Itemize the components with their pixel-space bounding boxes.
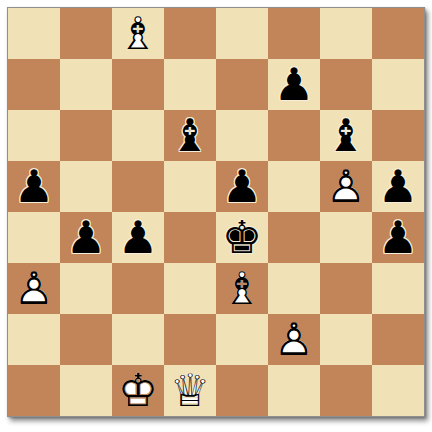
- square-e6[interactable]: [216, 110, 268, 161]
- piece-white-bishop[interactable]: ♝♗: [216, 263, 268, 314]
- piece-white-bishop[interactable]: ♝♗: [112, 8, 164, 59]
- square-h1[interactable]: [372, 365, 424, 416]
- square-h4[interactable]: ♟: [372, 212, 424, 263]
- square-e2[interactable]: [216, 314, 268, 365]
- square-b3[interactable]: [60, 263, 112, 314]
- square-e3[interactable]: ♝♗: [216, 263, 268, 314]
- white-bishop-outline-glyph: ♗: [112, 8, 164, 59]
- white-queen-outline-glyph: ♕: [164, 365, 216, 416]
- square-a2[interactable]: [8, 314, 60, 365]
- square-a6[interactable]: [8, 110, 60, 161]
- square-g6[interactable]: ♝: [320, 110, 372, 161]
- square-f5[interactable]: [268, 161, 320, 212]
- square-g8[interactable]: [320, 8, 372, 59]
- piece-white-pawn[interactable]: ♟♙: [320, 161, 372, 212]
- square-f1[interactable]: [268, 365, 320, 416]
- square-a3[interactable]: ♟♙: [8, 263, 60, 314]
- square-d6[interactable]: ♝: [164, 110, 216, 161]
- piece-black-pawn[interactable]: ♟: [112, 212, 164, 263]
- square-c4[interactable]: ♟: [112, 212, 164, 263]
- square-b8[interactable]: [60, 8, 112, 59]
- square-f2[interactable]: ♟♙: [268, 314, 320, 365]
- square-g4[interactable]: [320, 212, 372, 263]
- white-king-outline-glyph: ♔: [112, 365, 164, 416]
- square-h2[interactable]: [372, 314, 424, 365]
- square-c3[interactable]: [112, 263, 164, 314]
- piece-black-king[interactable]: ♚: [216, 212, 268, 263]
- square-a4[interactable]: [8, 212, 60, 263]
- square-e1[interactable]: [216, 365, 268, 416]
- square-a1[interactable]: [8, 365, 60, 416]
- square-g5[interactable]: ♟♙: [320, 161, 372, 212]
- square-d1[interactable]: ♛♕: [164, 365, 216, 416]
- square-b7[interactable]: [60, 59, 112, 110]
- white-pawn-outline-glyph: ♙: [320, 161, 372, 212]
- square-a7[interactable]: [8, 59, 60, 110]
- square-h8[interactable]: [372, 8, 424, 59]
- piece-black-pawn[interactable]: ♟: [372, 212, 424, 263]
- square-f3[interactable]: [268, 263, 320, 314]
- square-d5[interactable]: [164, 161, 216, 212]
- square-h5[interactable]: ♟: [372, 161, 424, 212]
- square-h6[interactable]: [372, 110, 424, 161]
- square-g2[interactable]: [320, 314, 372, 365]
- square-f7[interactable]: ♟: [268, 59, 320, 110]
- square-b4[interactable]: ♟: [60, 212, 112, 263]
- piece-white-pawn[interactable]: ♟♙: [268, 314, 320, 365]
- square-a8[interactable]: [8, 8, 60, 59]
- page: ♝♗♟♝♝♟♟♟♙♟♟♟♚♟♟♙♝♗♟♙♚♔♛♕: [0, 0, 432, 432]
- square-g7[interactable]: [320, 59, 372, 110]
- white-bishop-outline-glyph: ♗: [216, 263, 268, 314]
- piece-black-pawn[interactable]: ♟: [60, 212, 112, 263]
- square-h7[interactable]: [372, 59, 424, 110]
- piece-black-pawn[interactable]: ♟: [268, 59, 320, 110]
- chess-board: ♝♗♟♝♝♟♟♟♙♟♟♟♚♟♟♙♝♗♟♙♚♔♛♕: [7, 7, 425, 417]
- square-d4[interactable]: [164, 212, 216, 263]
- square-c2[interactable]: [112, 314, 164, 365]
- square-e5[interactable]: ♟: [216, 161, 268, 212]
- square-f4[interactable]: [268, 212, 320, 263]
- piece-white-pawn[interactable]: ♟♙: [8, 263, 60, 314]
- square-b2[interactable]: [60, 314, 112, 365]
- piece-black-pawn[interactable]: ♟: [216, 161, 268, 212]
- square-b6[interactable]: [60, 110, 112, 161]
- square-f8[interactable]: [268, 8, 320, 59]
- square-b5[interactable]: [60, 161, 112, 212]
- white-pawn-outline-glyph: ♙: [268, 314, 320, 365]
- square-e8[interactable]: [216, 8, 268, 59]
- square-f6[interactable]: [268, 110, 320, 161]
- piece-black-bishop[interactable]: ♝: [320, 110, 372, 161]
- square-d8[interactable]: [164, 8, 216, 59]
- square-g3[interactable]: [320, 263, 372, 314]
- square-d3[interactable]: [164, 263, 216, 314]
- square-e7[interactable]: [216, 59, 268, 110]
- square-c7[interactable]: [112, 59, 164, 110]
- square-h3[interactable]: [372, 263, 424, 314]
- square-a5[interactable]: ♟: [8, 161, 60, 212]
- piece-black-pawn[interactable]: ♟: [372, 161, 424, 212]
- square-d2[interactable]: [164, 314, 216, 365]
- square-d7[interactable]: [164, 59, 216, 110]
- square-c8[interactable]: ♝♗: [112, 8, 164, 59]
- piece-white-king[interactable]: ♚♔: [112, 365, 164, 416]
- piece-white-queen[interactable]: ♛♕: [164, 365, 216, 416]
- square-b1[interactable]: [60, 365, 112, 416]
- square-c1[interactable]: ♚♔: [112, 365, 164, 416]
- square-c5[interactable]: [112, 161, 164, 212]
- white-pawn-outline-glyph: ♙: [8, 263, 60, 314]
- piece-black-pawn[interactable]: ♟: [8, 161, 60, 212]
- square-e4[interactable]: ♚: [216, 212, 268, 263]
- piece-black-bishop[interactable]: ♝: [164, 110, 216, 161]
- square-g1[interactable]: [320, 365, 372, 416]
- square-c6[interactable]: [112, 110, 164, 161]
